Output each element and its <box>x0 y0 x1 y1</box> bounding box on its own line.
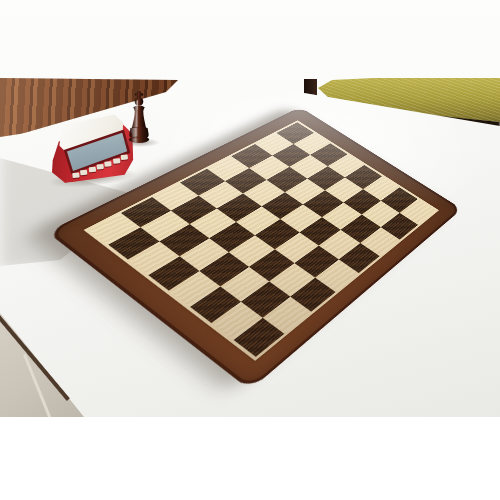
clock-button <box>72 172 79 178</box>
clock-button <box>88 167 95 173</box>
photo-area <box>0 0 500 417</box>
clock-button <box>96 164 103 170</box>
clock-button <box>104 161 111 167</box>
king-piece <box>124 91 154 145</box>
clock-button <box>112 158 119 164</box>
clock-button <box>80 169 87 175</box>
product-photo-scene <box>0 0 500 500</box>
